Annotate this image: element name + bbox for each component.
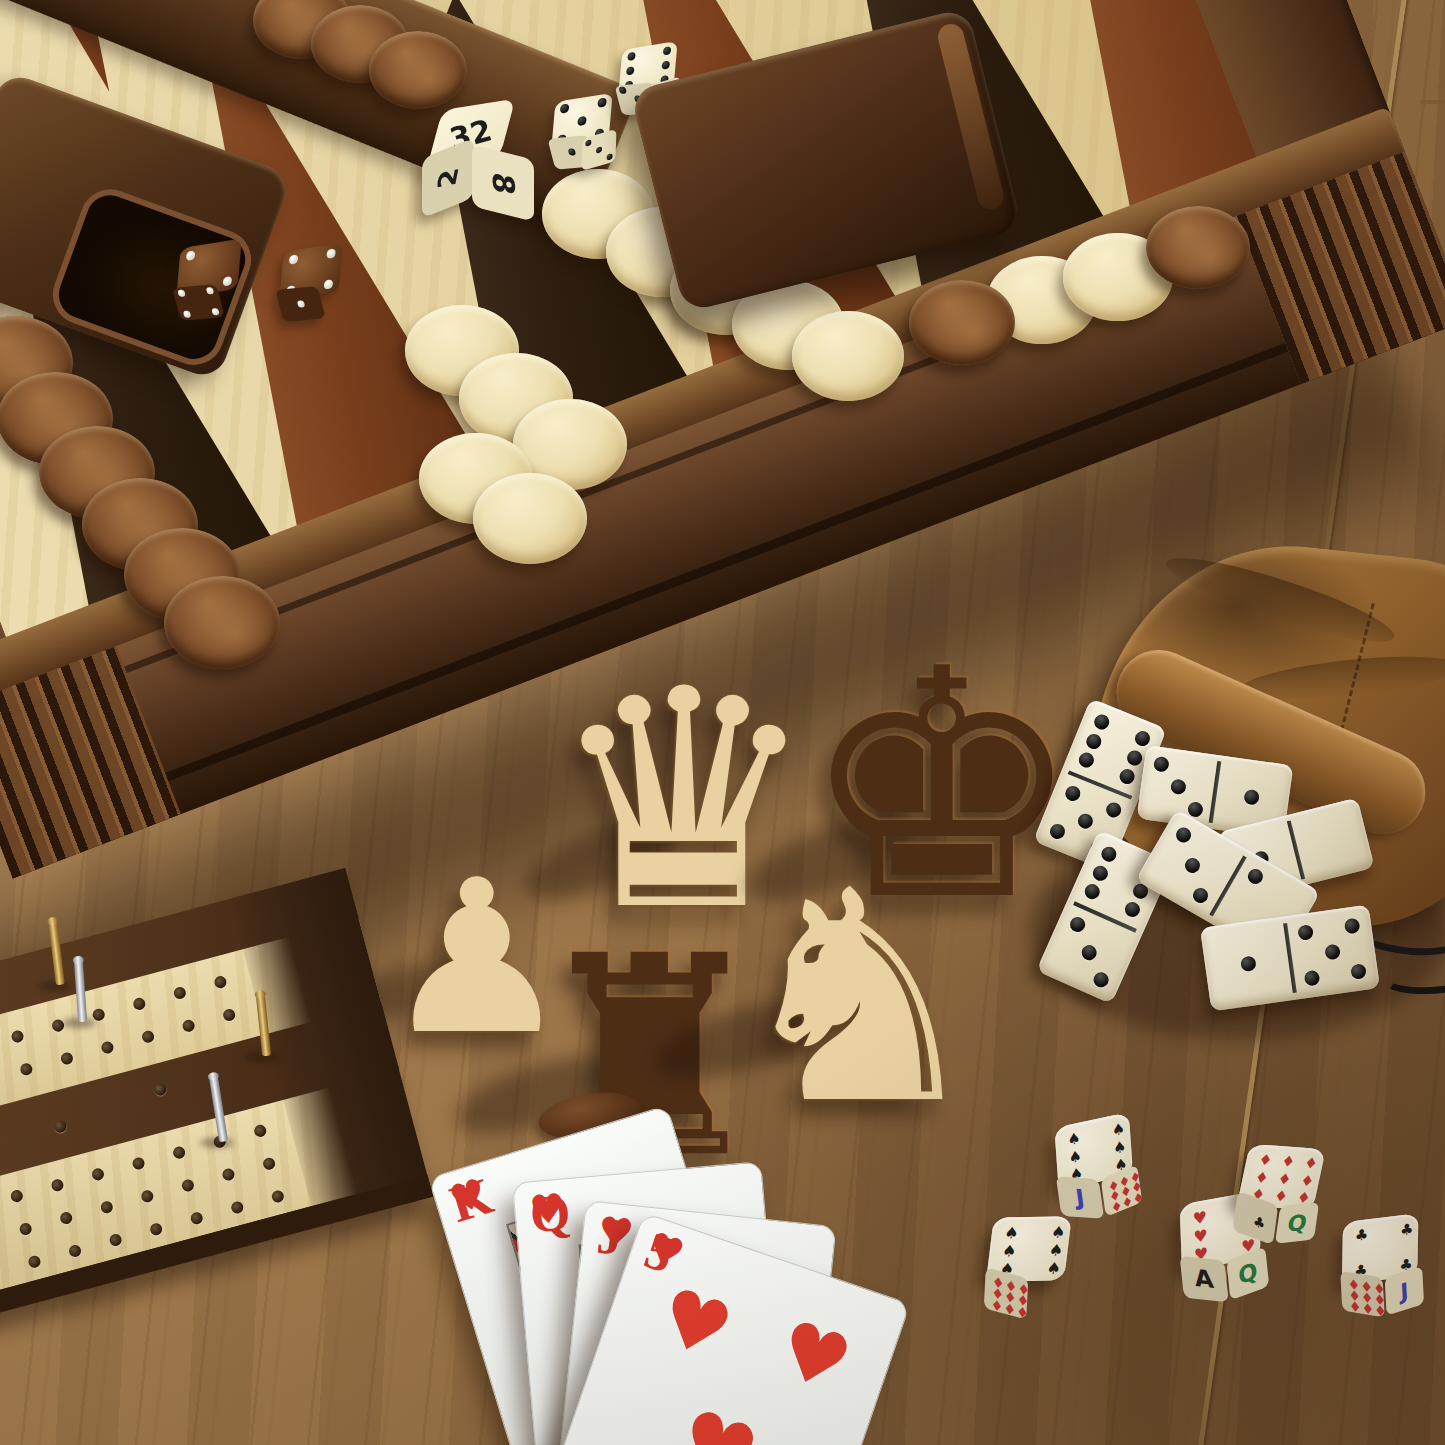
poker-die[interactable]: ♠♠♠♠♠♠J♦♦♦♦♦♦♦♦♦ bbox=[1052, 1115, 1140, 1220]
poker-die-symbol: ♠ bbox=[1050, 1223, 1067, 1242]
heart-pip: ♥ bbox=[767, 1302, 862, 1410]
brown-die[interactable] bbox=[178, 244, 240, 318]
brown-die[interactable] bbox=[281, 248, 341, 320]
poker-die-side-face: Q bbox=[1275, 1202, 1319, 1244]
poker-die-symbol: ♣ bbox=[1400, 1220, 1414, 1240]
poker-die-symbol: ♦ bbox=[1276, 1170, 1293, 1189]
domino-pip bbox=[1324, 944, 1341, 961]
domino-pip bbox=[1076, 811, 1096, 831]
die-pip bbox=[186, 250, 196, 261]
domino-pip bbox=[1298, 924, 1315, 941]
domino-pip bbox=[1068, 914, 1088, 934]
poker-die[interactable]: ♣♣♣♣♦♦♦♦♦♦♦♦♦J bbox=[1341, 1216, 1422, 1315]
die-pip bbox=[324, 279, 334, 290]
heart-pip: ♥ bbox=[665, 1389, 770, 1445]
peg-shadow bbox=[200, 1138, 234, 1148]
poker-die-symbol: ♦ bbox=[1361, 1300, 1375, 1318]
domino-pip bbox=[1092, 712, 1112, 732]
domino-pip bbox=[1082, 882, 1102, 902]
poker-die-side-face: ♦♦♦♦♦♦♦♦♦ bbox=[1340, 1271, 1384, 1317]
die-pip bbox=[560, 103, 570, 114]
die-pip bbox=[626, 66, 635, 75]
poker-die-symbol: ♦ bbox=[1272, 1187, 1289, 1206]
die-pip bbox=[618, 86, 627, 94]
die-pip bbox=[663, 46, 672, 55]
domino-pip bbox=[1243, 789, 1260, 806]
die-front-face bbox=[172, 284, 224, 320]
poker-die-symbol: ♦ bbox=[1132, 1188, 1145, 1207]
poker-die-face-symbol: J bbox=[1400, 1277, 1409, 1304]
domino-pip bbox=[1079, 942, 1099, 962]
domino-pip bbox=[1125, 748, 1145, 768]
die-pip bbox=[326, 248, 336, 259]
domino-pip bbox=[1173, 825, 1193, 845]
doubling-cube[interactable]: 32 2 8 bbox=[420, 104, 550, 220]
domino-pip bbox=[1304, 969, 1321, 986]
brown-checker[interactable] bbox=[909, 280, 1015, 365]
die-pip bbox=[596, 146, 602, 154]
poker-die-symbol: ♦ bbox=[1280, 1152, 1297, 1171]
poker-die-symbol: ♠ bbox=[1001, 1242, 1018, 1261]
poker-die-face-symbol: A bbox=[1193, 1264, 1215, 1294]
domino-pip bbox=[1239, 955, 1256, 972]
domino-pip bbox=[1090, 863, 1110, 883]
poker-die-symbol: ♠ bbox=[1003, 1224, 1020, 1243]
die-pip bbox=[222, 276, 232, 287]
die-pip bbox=[661, 61, 670, 70]
domino-pip bbox=[1123, 900, 1143, 920]
domino-pip bbox=[1190, 885, 1210, 905]
die-pip bbox=[289, 254, 299, 265]
domino-pip bbox=[1076, 750, 1096, 770]
table-plank-seam bbox=[1420, 100, 1445, 104]
poker-die-symbol: ♣ bbox=[1355, 1226, 1369, 1246]
poker-die-symbol: ♦ bbox=[990, 1296, 1003, 1315]
domino-pip bbox=[1350, 963, 1367, 980]
domino-pip bbox=[1091, 970, 1111, 990]
domino-pip bbox=[1047, 822, 1067, 842]
die-pip bbox=[567, 148, 576, 156]
domino-pip bbox=[1117, 767, 1137, 787]
die-pip bbox=[205, 287, 214, 295]
doubling-cube-left-face: 2 bbox=[422, 137, 474, 218]
heart-suit-icon: ♥ bbox=[643, 1227, 689, 1273]
domino-pip bbox=[1343, 918, 1360, 935]
poker-die-symbol: ♠ bbox=[1048, 1241, 1065, 1260]
die-front-face bbox=[275, 287, 326, 322]
brown-checker[interactable] bbox=[369, 31, 467, 109]
poker-die-symbol: ♦ bbox=[1302, 1154, 1319, 1173]
die-pip bbox=[585, 139, 591, 147]
brown-checker[interactable] bbox=[164, 576, 280, 669]
heart-pip: ♥ bbox=[648, 1269, 743, 1377]
table-scene: 32 2 8 ♛ ♚ ♟ ♜ ♞ K♥Q♥J♥5♥♥♥♥♥♥ ♠♠♠♠♠♠J♦♦… bbox=[0, 0, 1445, 1445]
poker-die-side-face: A bbox=[1179, 1256, 1228, 1302]
die-pip bbox=[577, 116, 587, 127]
heart-suit-icon: ♥ bbox=[596, 1213, 635, 1253]
ivory-checker[interactable] bbox=[792, 311, 904, 401]
poker-die-symbol: ♦ bbox=[1257, 1151, 1274, 1170]
die-pip bbox=[627, 52, 636, 61]
ivory-die[interactable] bbox=[553, 98, 611, 168]
peg-hole bbox=[153, 1082, 168, 1097]
poker-die-symbol: ♦ bbox=[1003, 1299, 1016, 1318]
domino-half bbox=[1204, 921, 1291, 1007]
poker-die-side-face: J bbox=[1056, 1177, 1104, 1219]
die-pip bbox=[177, 289, 186, 297]
poker-die-symbol: ♦ bbox=[1299, 1171, 1316, 1190]
poker-die-face-symbol: Q bbox=[1286, 1210, 1309, 1237]
die-pip bbox=[182, 310, 191, 318]
brown-checker[interactable] bbox=[1146, 206, 1250, 289]
domino-pip bbox=[1170, 778, 1187, 795]
domino-pip bbox=[1063, 783, 1083, 803]
domino-pip bbox=[1133, 729, 1153, 749]
domino-half bbox=[1289, 909, 1376, 995]
domino-pip bbox=[1187, 801, 1204, 818]
poker-die-symbol: ♦ bbox=[1253, 1168, 1270, 1187]
poker-die[interactable]: ♠♠♠♠♠♠♦♦♦♦♦♦♦♦♦ bbox=[987, 1215, 1070, 1316]
die-pip bbox=[606, 154, 612, 162]
die-pip bbox=[597, 98, 607, 109]
poker-die-face-symbol: J bbox=[1074, 1185, 1086, 1211]
peg-hole bbox=[53, 1119, 68, 1134]
domino-pip bbox=[1182, 855, 1202, 875]
domino-pip bbox=[1153, 756, 1170, 773]
domino-pip bbox=[1104, 800, 1124, 820]
heart-suit-icon: ♥ bbox=[528, 1190, 567, 1229]
domino-pip bbox=[1099, 844, 1119, 864]
domino-half bbox=[1292, 802, 1370, 880]
poker-die-symbol: ♠ bbox=[1046, 1259, 1063, 1278]
poker-die-symbol: ♣ bbox=[1252, 1213, 1266, 1233]
poker-die-symbol: ♦ bbox=[1016, 1303, 1029, 1322]
domino-pip bbox=[1245, 866, 1265, 886]
die-pip bbox=[210, 307, 219, 315]
doubling-cube-right-face: 8 bbox=[472, 144, 534, 221]
poker-die-face-symbol: Q bbox=[1237, 1257, 1259, 1290]
domino-pip bbox=[1084, 731, 1104, 751]
poker-die-symbol: ♦ bbox=[1348, 1298, 1362, 1316]
ivory-checker[interactable] bbox=[473, 473, 587, 564]
die-pip bbox=[296, 300, 305, 308]
poker-die[interactable]: ♦♦♦♦♦♦♦♦♦♣Q bbox=[1235, 1141, 1323, 1246]
